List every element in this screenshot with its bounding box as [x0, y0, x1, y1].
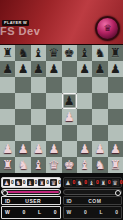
com-id-row: ID COM [63, 196, 123, 205]
square-d4[interactable] [46, 109, 61, 125]
left-captured-bishop: ♝0 [27, 179, 38, 186]
square-g5[interactable] [92, 93, 107, 109]
black-piece-b7: ♟ [18, 63, 29, 75]
square-g3[interactable] [92, 125, 107, 141]
losses-label: L [99, 210, 102, 215]
square-e1[interactable]: ♚ [62, 157, 77, 173]
black-piece-a8: ♜ [2, 47, 13, 59]
square-c6[interactable] [31, 77, 46, 93]
square-a1[interactable]: ♜ [0, 157, 15, 173]
capture-count: 0 [58, 180, 61, 185]
white-piece-f2: ♟ [79, 143, 90, 155]
queen-icon: ♛ [50, 179, 57, 186]
losses-count: 0 [115, 210, 118, 215]
white-piece-c1: ♝ [33, 159, 44, 171]
white-piece-e4: ♟ [64, 111, 75, 123]
crown-icon: ♛ [103, 24, 111, 33]
white-piece-a2: ♟ [2, 143, 13, 155]
square-f5[interactable] [77, 93, 92, 109]
square-g4[interactable] [92, 109, 107, 125]
slider-knob[interactable] [2, 190, 8, 196]
square-g1[interactable]: ♞ [92, 157, 107, 173]
square-f7[interactable]: ♟ [77, 61, 92, 77]
com-record-row: W 0 L 0 [63, 206, 123, 219]
black-piece-g8: ♞ [95, 47, 106, 59]
capture-count: 0 [73, 180, 76, 185]
capture-count: 0 [96, 180, 99, 185]
rook-icon: ♜ [100, 179, 107, 186]
square-c8[interactable]: ♝ [31, 45, 46, 61]
square-f4[interactable] [77, 109, 92, 125]
square-c2[interactable]: ♟ [31, 141, 46, 157]
right-captured-queen: ♛0 [112, 179, 123, 186]
left-captured-rook: ♜0 [38, 179, 49, 186]
square-a3[interactable] [0, 125, 15, 141]
square-c4[interactable] [31, 109, 46, 125]
app-logo-icon: ♛ [95, 16, 120, 41]
user-id-row: ID USER [1, 196, 61, 205]
square-h3[interactable] [108, 125, 123, 141]
square-c7[interactable]: ♟ [31, 61, 46, 77]
left-captured-pawn: ♟0 [3, 179, 14, 186]
square-b2[interactable]: ♟ [15, 141, 30, 157]
black-piece-h7: ♟ [110, 63, 121, 75]
square-d3[interactable] [46, 125, 61, 141]
black-piece-b8: ♞ [18, 47, 29, 59]
black-piece-e5: ♟ [64, 95, 75, 107]
user-panel: ♟0♞0♝0♜0♛0 ID USER W 0 L 0 [1, 177, 61, 219]
left-captured-queen: ♛0 [50, 179, 61, 186]
app-title: FS Dev [0, 26, 40, 37]
white-piece-h2: ♟ [110, 143, 121, 155]
com-strength-slider[interactable] [63, 189, 123, 195]
right-captured-rook: ♜0 [100, 179, 111, 186]
black-piece-c8: ♝ [33, 47, 44, 59]
square-h1[interactable]: ♜ [108, 157, 123, 173]
white-piece-c2: ♟ [33, 143, 44, 155]
slider-knob[interactable] [115, 190, 121, 196]
capture-count: 0 [108, 180, 111, 185]
square-a4[interactable] [0, 109, 15, 125]
white-piece-g1: ♞ [95, 159, 106, 171]
capture-count: 0 [35, 180, 38, 185]
black-piece-e8: ♚ [64, 47, 75, 59]
square-h6[interactable] [108, 77, 123, 93]
chess-app: PLAYER W FS Dev ♛ ♜♞♝♛♚♝♞♜♟♟♟♟♟♟♟♟♟♟♟♟♟♟… [0, 0, 123, 220]
square-a5[interactable] [0, 93, 15, 109]
user-capture-counters: ♟0♞0♝0♜0♛0 [1, 177, 61, 188]
header: PLAYER W FS Dev ♛ [0, 0, 123, 45]
square-h8[interactable]: ♜ [108, 45, 123, 61]
square-b1[interactable]: ♞ [15, 157, 30, 173]
square-e4[interactable]: ♟ [62, 109, 77, 125]
right-captured-knight: ♞0 [76, 179, 87, 186]
square-h5[interactable] [108, 93, 123, 109]
white-piece-e1: ♚ [64, 159, 75, 171]
square-e2[interactable] [62, 141, 77, 157]
losses-count: 0 [54, 210, 57, 215]
square-e6[interactable] [62, 77, 77, 93]
capture-count: 0 [46, 180, 49, 185]
square-e8[interactable]: ♚ [62, 45, 77, 61]
wins-label: W [67, 210, 72, 215]
pawn-icon: ♟ [65, 179, 72, 186]
square-d1[interactable]: ♛ [46, 157, 61, 173]
square-f2[interactable]: ♟ [77, 141, 92, 157]
white-piece-f1: ♝ [79, 159, 90, 171]
black-piece-d7: ♟ [48, 63, 59, 75]
square-a7[interactable]: ♟ [0, 61, 15, 77]
white-piece-b1: ♞ [18, 159, 29, 171]
bishop-icon: ♝ [88, 179, 95, 186]
wins-count: 0 [22, 210, 25, 215]
square-f3[interactable] [77, 125, 92, 141]
square-f6[interactable] [77, 77, 92, 93]
white-piece-g2: ♟ [95, 143, 106, 155]
right-captured-bishop: ♝0 [88, 179, 99, 186]
square-a2[interactable]: ♟ [0, 141, 15, 157]
white-piece-a1: ♜ [2, 159, 13, 171]
square-c3[interactable] [31, 125, 46, 141]
square-d7[interactable]: ♟ [46, 61, 61, 77]
square-b6[interactable] [15, 77, 30, 93]
knight-icon: ♞ [15, 179, 22, 186]
capture-count: 0 [120, 180, 123, 185]
chess-board: ♜♞♝♛♚♝♞♜♟♟♟♟♟♟♟♟♟♟♟♟♟♟♟♟♜♞♝♛♚♝♞♜ [0, 45, 123, 173]
wins-label: W [5, 210, 10, 215]
black-piece-d8: ♛ [48, 47, 59, 59]
square-b4[interactable] [15, 109, 30, 125]
player-panels: ♟0♞0♝0♜0♛0 ID USER W 0 L 0 ♟0♞0♝0♜0♛0 [0, 173, 123, 220]
slider-fill [6, 191, 59, 193]
square-g6[interactable] [92, 77, 107, 93]
knight-icon: ♞ [76, 179, 83, 186]
capture-count: 0 [23, 180, 26, 185]
square-e7[interactable] [62, 61, 77, 77]
left-captured-knight: ♞0 [15, 179, 26, 186]
square-a6[interactable] [0, 77, 15, 93]
square-d5[interactable] [46, 93, 61, 109]
com-panel: ♟0♞0♝0♜0♛0 ID COM W 0 L 0 [63, 177, 123, 219]
square-g2[interactable]: ♟ [92, 141, 107, 157]
white-piece-h1: ♜ [110, 159, 121, 171]
losses-label: L [38, 210, 41, 215]
com-name: COM [72, 198, 119, 204]
com-capture-counters: ♟0♞0♝0♜0♛0 [63, 177, 123, 188]
black-piece-a7: ♟ [2, 63, 13, 75]
white-piece-d2: ♟ [48, 143, 59, 155]
square-g8[interactable]: ♞ [92, 45, 107, 61]
square-c5[interactable] [31, 93, 46, 109]
square-d6[interactable] [46, 77, 61, 93]
rook-icon: ♜ [38, 179, 45, 186]
square-f1[interactable]: ♝ [77, 157, 92, 173]
square-a8[interactable]: ♜ [0, 45, 15, 61]
square-h7[interactable]: ♟ [108, 61, 123, 77]
white-piece-d1: ♛ [48, 159, 59, 171]
square-f8[interactable]: ♝ [77, 45, 92, 61]
wins-count: 0 [84, 210, 87, 215]
square-h2[interactable]: ♟ [108, 141, 123, 157]
black-piece-f7: ♟ [79, 63, 90, 75]
square-b8[interactable]: ♞ [15, 45, 30, 61]
square-d8[interactable]: ♛ [46, 45, 61, 61]
user-name: USER [10, 198, 57, 204]
white-piece-b2: ♟ [18, 143, 29, 155]
square-b7[interactable]: ♟ [15, 61, 30, 77]
bishop-icon: ♝ [27, 179, 34, 186]
capture-count: 0 [84, 180, 87, 185]
square-b3[interactable] [15, 125, 30, 141]
queen-icon: ♛ [112, 179, 119, 186]
user-strength-slider[interactable] [1, 189, 61, 195]
user-record-row: W 0 L 0 [1, 206, 61, 219]
capture-count: 0 [11, 180, 14, 185]
square-c1[interactable]: ♝ [31, 157, 46, 173]
square-e3[interactable] [62, 125, 77, 141]
black-piece-g7: ♟ [95, 63, 106, 75]
black-piece-c7: ♟ [33, 63, 44, 75]
square-b5[interactable] [15, 93, 30, 109]
pawn-icon: ♟ [3, 179, 10, 186]
black-piece-h8: ♜ [110, 47, 121, 59]
square-d2[interactable]: ♟ [46, 141, 61, 157]
square-e5[interactable]: ♟ [62, 93, 77, 109]
square-g7[interactable]: ♟ [92, 61, 107, 77]
black-piece-f8: ♝ [79, 47, 90, 59]
right-captured-pawn: ♟0 [65, 179, 76, 186]
square-h4[interactable] [108, 109, 123, 125]
